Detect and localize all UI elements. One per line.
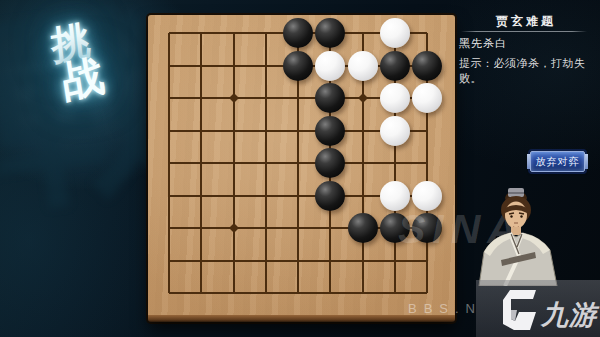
stone-white[interactable]	[412, 83, 442, 113]
grid-line	[169, 292, 427, 294]
stone-white[interactable]	[380, 83, 410, 113]
go-board[interactable]	[148, 15, 455, 322]
stone-white[interactable]	[380, 181, 410, 211]
stone-black[interactable]	[380, 213, 410, 243]
star-point	[358, 93, 368, 103]
stone-black[interactable]	[283, 18, 313, 48]
character-portrait	[473, 186, 573, 286]
stone-black[interactable]	[315, 181, 345, 211]
stone-white[interactable]	[315, 51, 345, 81]
puzzle-hint: 提示：必须净杀，打劫失败。	[459, 56, 600, 86]
stone-white[interactable]	[348, 51, 378, 81]
app-window: 戰 挑 战 SINA BBS.N 九游 贾玄难题 黑先杀白 提示：必	[0, 0, 600, 337]
jiuyou-logo-icon	[500, 288, 540, 332]
stone-black[interactable]	[315, 18, 345, 48]
stone-black[interactable]	[348, 213, 378, 243]
jiuyou-logo-text: 九游	[541, 297, 597, 333]
stone-black[interactable]	[412, 213, 442, 243]
stone-white[interactable]	[380, 116, 410, 146]
stone-white[interactable]	[380, 18, 410, 48]
grid-line	[169, 162, 427, 164]
challenge-banner-char: 战	[59, 53, 107, 104]
resign-button[interactable]: 放弃对弈	[530, 151, 585, 172]
star-point	[229, 93, 239, 103]
stone-black[interactable]	[315, 83, 345, 113]
grid-line	[169, 260, 427, 262]
stone-black[interactable]	[315, 116, 345, 146]
board-edge-bevel	[148, 315, 455, 322]
star-point	[229, 223, 239, 233]
stone-black[interactable]	[315, 148, 345, 178]
puzzle-task: 黑先杀白	[459, 36, 507, 51]
stone-black[interactable]	[283, 51, 313, 81]
stone-white[interactable]	[412, 181, 442, 211]
stone-black[interactable]	[380, 51, 410, 81]
puzzle-title: 贾玄难题	[458, 13, 594, 30]
title-divider	[461, 31, 587, 32]
board-grid	[169, 33, 427, 293]
stone-black[interactable]	[412, 51, 442, 81]
